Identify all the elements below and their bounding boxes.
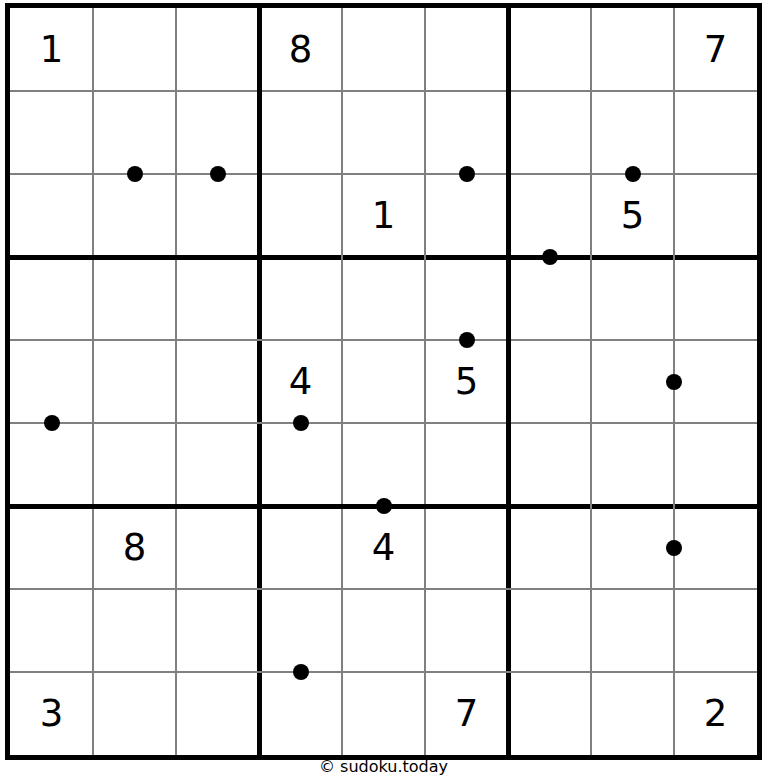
cell-r1c6[interactable]	[425, 8, 508, 91]
cell-r8c5[interactable]	[342, 589, 425, 672]
cell-r4c1[interactable]	[10, 257, 93, 340]
black-dot-edge-marker	[459, 332, 475, 348]
cell-r3c8[interactable]: 5	[591, 174, 674, 257]
cell-r7c1[interactable]	[10, 506, 93, 589]
cell-r8c6[interactable]	[425, 589, 508, 672]
cell-r1c5[interactable]	[342, 8, 425, 91]
cell-r5c7[interactable]	[508, 340, 591, 423]
cell-r6c9[interactable]	[674, 423, 757, 506]
cell-r3c1[interactable]	[10, 174, 93, 257]
cell-r9c3[interactable]	[176, 672, 259, 755]
cell-r9c2[interactable]	[93, 672, 176, 755]
cell-r3c6[interactable]	[425, 174, 508, 257]
cell-r8c9[interactable]	[674, 589, 757, 672]
cell-r8c3[interactable]	[176, 589, 259, 672]
cell-r6c4[interactable]	[259, 423, 342, 506]
cell-r5c4[interactable]: 4	[259, 340, 342, 423]
cell-r6c3[interactable]	[176, 423, 259, 506]
cell-r2c5[interactable]	[342, 91, 425, 174]
cell-r7c3[interactable]	[176, 506, 259, 589]
cell-r8c7[interactable]	[508, 589, 591, 672]
cell-r3c4[interactable]	[259, 174, 342, 257]
black-dot-edge-marker	[666, 540, 682, 556]
cell-r6c7[interactable]	[508, 423, 591, 506]
cell-r5c3[interactable]	[176, 340, 259, 423]
black-dot-edge-marker	[542, 249, 558, 265]
black-dot-edge-marker	[127, 166, 143, 182]
cell-r8c2[interactable]	[93, 589, 176, 672]
cell-r6c2[interactable]	[93, 423, 176, 506]
black-dot-edge-marker	[376, 498, 392, 514]
sudoku-board: 187154584372	[5, 3, 762, 760]
cell-r9c6[interactable]: 7	[425, 672, 508, 755]
black-dot-edge-marker	[459, 166, 475, 182]
cell-r3c3[interactable]	[176, 174, 259, 257]
cell-r2c1[interactable]	[10, 91, 93, 174]
cell-r7c2[interactable]: 8	[93, 506, 176, 589]
cell-r5c9[interactable]	[674, 340, 757, 423]
black-dot-edge-marker	[625, 166, 641, 182]
cell-r2c7[interactable]	[508, 91, 591, 174]
copyright-credit: © sudoku.today	[5, 757, 762, 776]
cell-r2c8[interactable]	[591, 91, 674, 174]
cell-r1c7[interactable]	[508, 8, 591, 91]
cell-r5c5[interactable]	[342, 340, 425, 423]
cell-r6c8[interactable]	[591, 423, 674, 506]
cell-r7c7[interactable]	[508, 506, 591, 589]
cell-r4c6[interactable]	[425, 257, 508, 340]
cell-r1c2[interactable]	[93, 8, 176, 91]
cell-r1c9[interactable]: 7	[674, 8, 757, 91]
cell-r4c7[interactable]	[508, 257, 591, 340]
cell-r3c7[interactable]	[508, 174, 591, 257]
cell-r1c4[interactable]: 8	[259, 8, 342, 91]
cell-r2c3[interactable]	[176, 91, 259, 174]
cell-r3c5[interactable]: 1	[342, 174, 425, 257]
cell-r4c9[interactable]	[674, 257, 757, 340]
black-dot-edge-marker	[44, 415, 60, 431]
cell-r9c7[interactable]	[508, 672, 591, 755]
cell-r1c8[interactable]	[591, 8, 674, 91]
cell-r9c9[interactable]: 2	[674, 672, 757, 755]
cell-r9c8[interactable]	[591, 672, 674, 755]
cell-r4c3[interactable]	[176, 257, 259, 340]
cell-r6c5[interactable]	[342, 423, 425, 506]
cell-r2c4[interactable]	[259, 91, 342, 174]
cell-r7c9[interactable]	[674, 506, 757, 589]
cell-r5c8[interactable]	[591, 340, 674, 423]
cell-r8c8[interactable]	[591, 589, 674, 672]
cell-r2c6[interactable]	[425, 91, 508, 174]
cell-r2c9[interactable]	[674, 91, 757, 174]
cell-r5c1[interactable]	[10, 340, 93, 423]
cell-r7c4[interactable]	[259, 506, 342, 589]
cell-r3c2[interactable]	[93, 174, 176, 257]
cell-r4c2[interactable]	[93, 257, 176, 340]
cell-r6c1[interactable]	[10, 423, 93, 506]
cell-r4c4[interactable]	[259, 257, 342, 340]
cell-r2c2[interactable]	[93, 91, 176, 174]
cell-r8c4[interactable]	[259, 589, 342, 672]
cell-r5c6[interactable]: 5	[425, 340, 508, 423]
cell-r6c6[interactable]	[425, 423, 508, 506]
cell-r7c6[interactable]	[425, 506, 508, 589]
cell-r3c9[interactable]	[674, 174, 757, 257]
cell-r4c8[interactable]	[591, 257, 674, 340]
cell-r1c1[interactable]: 1	[10, 8, 93, 91]
cell-r9c5[interactable]	[342, 672, 425, 755]
black-dot-edge-marker	[293, 664, 309, 680]
black-dot-edge-marker	[666, 374, 682, 390]
black-dot-edge-marker	[293, 415, 309, 431]
cell-r7c5[interactable]: 4	[342, 506, 425, 589]
black-dot-edge-marker	[210, 166, 226, 182]
cell-r7c8[interactable]	[591, 506, 674, 589]
cell-r4c5[interactable]	[342, 257, 425, 340]
cell-r5c2[interactable]	[93, 340, 176, 423]
cell-r1c3[interactable]	[176, 8, 259, 91]
cell-r9c4[interactable]	[259, 672, 342, 755]
cell-r9c1[interactable]: 3	[10, 672, 93, 755]
cell-r8c1[interactable]	[10, 589, 93, 672]
page: 187154584372 © sudoku.today	[0, 0, 767, 777]
